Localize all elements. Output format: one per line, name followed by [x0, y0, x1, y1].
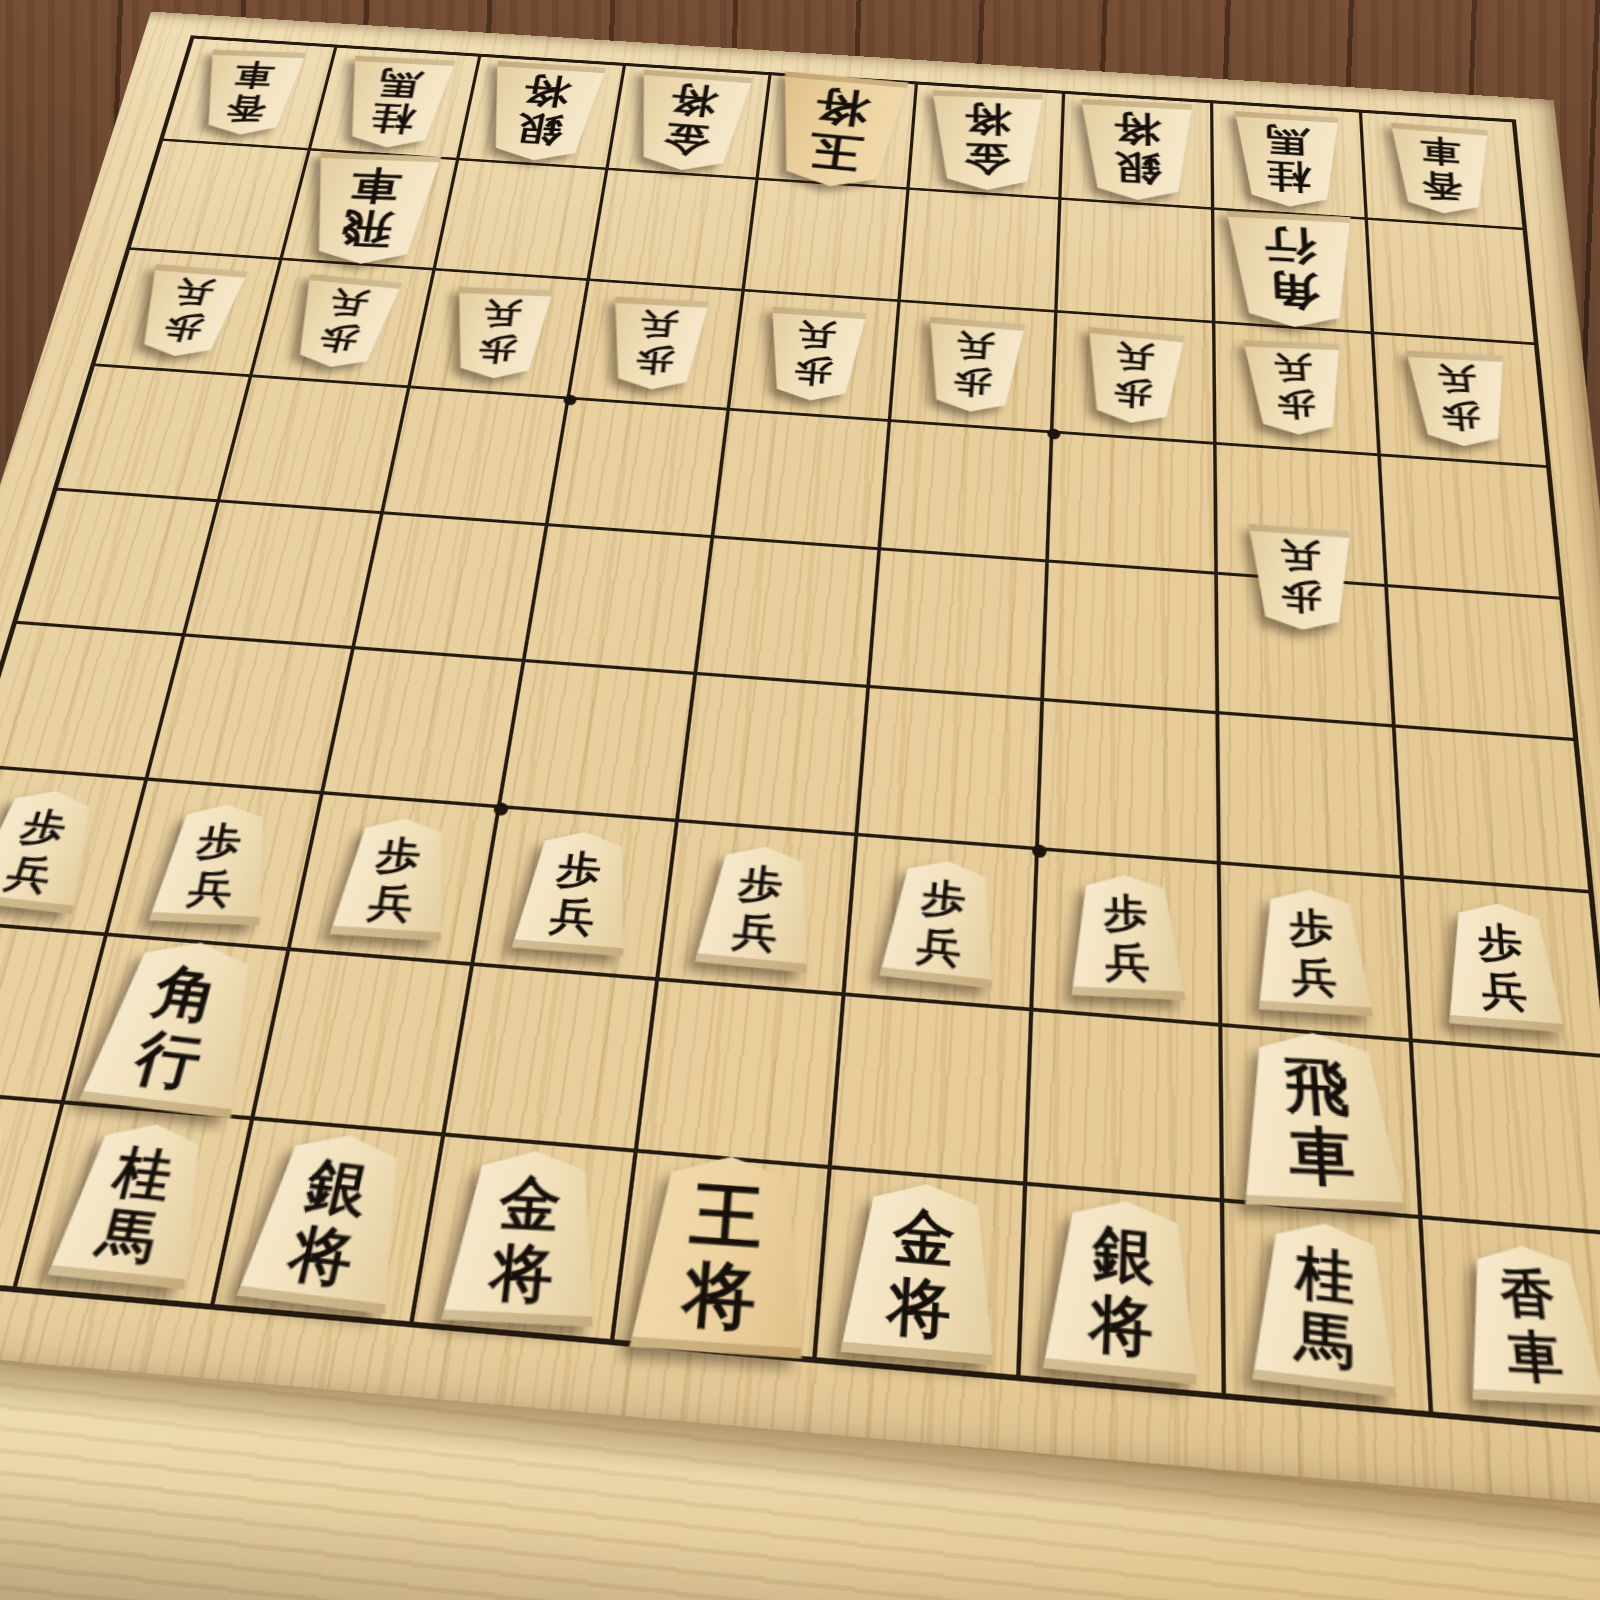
gote-lance-piece-1a: 香車	[1388, 122, 1495, 217]
square-2i: 桂馬	[1224, 1203, 1433, 1412]
square-4d	[881, 422, 1053, 563]
square-1b	[1368, 220, 1534, 345]
square-4g: 歩兵	[845, 836, 1038, 1011]
square-9a: 香車	[163, 39, 337, 151]
square-5i: 王将	[614, 1153, 831, 1357]
square-5g: 歩兵	[659, 822, 858, 996]
square-7d	[383, 388, 569, 526]
gote-knight-piece-2a: 桂馬	[1232, 110, 1345, 209]
gote-pawn-piece-7c: 歩兵	[443, 286, 555, 379]
sente-pawn-piece-5g: 歩兵	[693, 841, 823, 973]
gote-rook-piece-8b: 飛車	[296, 152, 444, 266]
square-7a: 銀将	[459, 57, 626, 170]
square-7b	[435, 160, 608, 281]
sente-king-piece-5i: 王将	[625, 1151, 817, 1359]
square-6b	[590, 170, 759, 291]
gote-pawn-piece-3c: 歩兵	[1080, 326, 1187, 427]
square-4f	[858, 688, 1044, 850]
square-9e	[17, 491, 220, 637]
square-3f	[1039, 701, 1221, 864]
hoshi-dot-2	[1047, 428, 1060, 439]
square-3d	[1049, 433, 1218, 574]
board-grid: 香車桂馬銀将金将玉将金将銀将桂馬香車飛車角行歩兵歩兵歩兵歩兵歩兵歩兵歩兵歩兵歩兵…	[0, 35, 1600, 1436]
gote-knight-piece-8a: 桂馬	[333, 55, 458, 150]
sente-rook-piece-2h: 飛車	[1232, 1029, 1408, 1212]
square-6e	[525, 526, 714, 675]
square-1e	[1388, 587, 1573, 741]
square-8e	[185, 502, 383, 649]
square-5h	[638, 981, 846, 1169]
sente-knight-piece-2i: 桂馬	[1249, 1215, 1399, 1398]
gote-pawn-piece-4c: 歩兵	[919, 316, 1027, 415]
board-top-surface: 香車桂馬銀将金将玉将金将銀将桂馬香車飛車角行歩兵歩兵歩兵歩兵歩兵歩兵歩兵歩兵歩兵…	[0, 12, 1600, 1514]
gote-pawn-piece-2c: 歩兵	[1241, 340, 1350, 436]
square-2g: 歩兵	[1221, 865, 1413, 1043]
square-5d	[714, 411, 891, 551]
sente-pawn-piece-6g: 歩兵	[509, 828, 641, 957]
sente-lance-piece-1i: 香車	[1453, 1242, 1600, 1406]
sente-silver-piece-7i: 銀将	[233, 1126, 424, 1315]
square-4h	[832, 996, 1034, 1186]
hoshi-dot-4	[1031, 843, 1046, 857]
square-2d: 歩兵	[1217, 445, 1388, 587]
square-1h	[1413, 1042, 1600, 1236]
square-4b	[901, 190, 1062, 313]
square-8g: 歩兵	[108, 781, 324, 951]
square-2c: 歩兵	[1215, 323, 1381, 456]
gote-pawn-piece-2d: 歩兵	[1240, 525, 1364, 631]
sente-pawn-piece-4g: 歩兵	[877, 854, 1005, 988]
square-8f	[148, 637, 355, 795]
square-7f	[324, 649, 526, 808]
square-8c: 歩兵	[252, 260, 435, 388]
square-7h	[254, 951, 474, 1136]
square-8a: 桂馬	[311, 48, 482, 161]
square-3c: 歩兵	[1053, 313, 1216, 445]
square-6g: 歩兵	[474, 808, 679, 981]
sente-pawn-piece-3g: 歩兵	[1067, 872, 1187, 1000]
gote-lance-piece-9a: 香車	[191, 50, 309, 137]
square-5c: 歩兵	[730, 292, 901, 422]
sente-pawn-piece-8g: 歩兵	[147, 802, 284, 925]
gote-pawn-piece-9c: 歩兵	[126, 263, 250, 359]
square-4i: 金将	[817, 1169, 1027, 1375]
sente-lance-piece-9i: 香車	[0, 1107, 27, 1265]
sente-pawn-piece-1g: 歩兵	[1439, 899, 1567, 1033]
gote-silver-piece-7a: 銀将	[475, 60, 608, 163]
square-1c: 歩兵	[1374, 334, 1546, 468]
square-2b: 角行	[1214, 210, 1374, 334]
square-7e	[355, 514, 549, 662]
square-7g: 歩兵	[290, 795, 500, 967]
square-4e	[870, 550, 1049, 701]
square-3h	[1027, 1012, 1224, 1203]
square-5f	[679, 675, 870, 836]
square-2f	[1219, 714, 1404, 879]
square-8b: 飛車	[282, 151, 459, 271]
square-8d	[220, 377, 411, 514]
gote-pawn-piece-5c: 歩兵	[760, 306, 869, 403]
sente-pawn-piece-9g: 歩兵	[0, 784, 111, 914]
sente-gold-piece-4i: 金将	[837, 1178, 1003, 1366]
gote-pawn-piece-1c: 歩兵	[1403, 350, 1515, 448]
square-6h	[445, 966, 659, 1153]
gote-gold-piece-6a: 金将	[623, 69, 755, 174]
square-9d	[57, 366, 252, 502]
square-1a: 香車	[1362, 113, 1522, 230]
gote-king-piece-5a: 玉将	[763, 71, 911, 192]
square-9c: 歩兵	[95, 250, 283, 377]
square-6i: 金将	[414, 1137, 638, 1340]
square-3g: 歩兵	[1033, 850, 1222, 1026]
shogi-board: 香車桂馬銀将金将玉将金将銀将桂馬香車飛車角行歩兵歩兵歩兵歩兵歩兵歩兵歩兵歩兵歩兵…	[0, 12, 1600, 1600]
gote-gold-piece-4a: 金将	[927, 90, 1046, 192]
square-1i: 香車	[1423, 1219, 1600, 1430]
square-6c: 歩兵	[570, 281, 745, 411]
square-1f	[1396, 728, 1589, 894]
square-4c: 歩兵	[891, 302, 1057, 433]
gote-bishop-piece-2b: 角行	[1223, 211, 1361, 331]
square-7i: 銀将	[215, 1120, 445, 1321]
square-5a: 玉将	[758, 75, 917, 190]
square-6d	[548, 400, 730, 539]
square-1d	[1381, 456, 1559, 599]
square-3e	[1044, 563, 1219, 715]
square-2h: 飛車	[1222, 1027, 1422, 1219]
sente-gold-piece-6i: 金将	[438, 1148, 611, 1328]
square-3i: 銀将	[1021, 1186, 1226, 1393]
square-6f	[500, 662, 696, 822]
square-3b	[1058, 200, 1216, 324]
gote-pawn-piece-6c: 歩兵	[601, 296, 712, 391]
square-5e	[697, 538, 881, 688]
gote-pawn-piece-8c: 歩兵	[282, 273, 405, 371]
gote-silver-piece-3a: 銀将	[1078, 98, 1197, 202]
hoshi-dot-1	[562, 394, 576, 405]
sente-bishop-piece-8h: 角行	[75, 934, 276, 1119]
sente-pawn-piece-2g: 歩兵	[1252, 885, 1376, 1016]
square-4a: 金将	[910, 85, 1066, 200]
square-2a: 桂馬	[1213, 103, 1368, 220]
square-7c: 歩兵	[410, 271, 589, 400]
sente-pawn-piece-7g: 歩兵	[327, 815, 461, 941]
sente-silver-piece-3i: 銀将	[1039, 1193, 1202, 1385]
square-1g: 歩兵	[1404, 879, 1600, 1058]
square-6a: 金将	[608, 66, 771, 180]
square-3a: 銀将	[1061, 94, 1214, 210]
square-5b	[745, 180, 910, 302]
sente-knight-piece-8i: 桂馬	[44, 1117, 224, 1289]
square-9b	[130, 141, 311, 260]
